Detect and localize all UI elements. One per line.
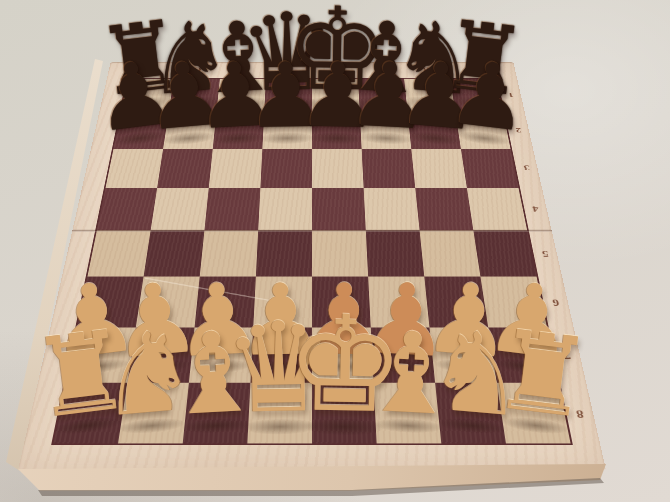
- piece-light-rook-a8[interactable]: ♜: [487, 314, 597, 434]
- rank-label-4: 4: [523, 204, 547, 213]
- square-h4[interactable]: [97, 188, 157, 231]
- square-d4[interactable]: [312, 188, 366, 231]
- square-g4[interactable]: [151, 188, 209, 231]
- square-b3[interactable]: [411, 149, 467, 188]
- square-h3[interactable]: [106, 149, 164, 188]
- square-a3[interactable]: [461, 149, 519, 188]
- square-a4[interactable]: [467, 188, 527, 231]
- square-f4[interactable]: [204, 188, 260, 231]
- piece-dark-pawn-a2[interactable]: ♟: [445, 47, 535, 145]
- square-c3[interactable]: [362, 149, 416, 188]
- square-c4[interactable]: [364, 188, 420, 231]
- square-b4[interactable]: [415, 188, 473, 231]
- square-d3[interactable]: [312, 149, 364, 188]
- square-e3[interactable]: [260, 149, 312, 188]
- square-e4[interactable]: [258, 188, 312, 231]
- square-f3[interactable]: [209, 149, 263, 188]
- rank-label-3: 3: [515, 163, 538, 171]
- photo-scene: HGFEDCBA 12345678 ♜♞♝♛♚♝♞♜♟♟♟♟♟♟♟♟♟♟♟♟♟♟…: [0, 0, 670, 502]
- square-g3[interactable]: [157, 149, 213, 188]
- rank-label-5: 5: [532, 248, 557, 258]
